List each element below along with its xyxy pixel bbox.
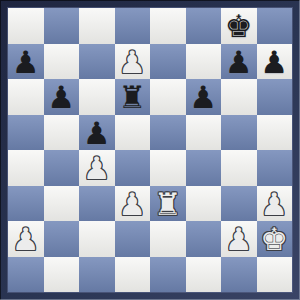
square-b6[interactable]: ♟ [44,79,80,115]
square-f7[interactable] [186,44,222,80]
square-e7[interactable] [150,44,186,80]
white-rook-piece[interactable]: ♜ [150,186,186,222]
square-f3[interactable] [186,186,222,222]
square-f4[interactable] [186,150,222,186]
square-e2[interactable] [150,221,186,257]
square-h6[interactable] [257,79,293,115]
square-h2[interactable]: ♚ [257,221,293,257]
square-g1[interactable] [221,257,257,293]
square-a3[interactable] [8,186,44,222]
black-pawn-piece[interactable]: ♟ [8,44,44,80]
square-g2[interactable]: ♟ [221,221,257,257]
square-b8[interactable] [44,8,80,44]
square-c6[interactable] [79,79,115,115]
square-g3[interactable] [221,186,257,222]
square-d6[interactable]: ♜ [115,79,151,115]
square-a1[interactable] [8,257,44,293]
square-f8[interactable] [186,8,222,44]
square-c3[interactable] [79,186,115,222]
square-c7[interactable] [79,44,115,80]
square-h5[interactable] [257,115,293,151]
square-d2[interactable] [115,221,151,257]
square-e5[interactable] [150,115,186,151]
square-e6[interactable] [150,79,186,115]
square-d4[interactable] [115,150,151,186]
square-f1[interactable] [186,257,222,293]
square-e4[interactable] [150,150,186,186]
white-pawn-piece[interactable]: ♟ [8,221,44,257]
black-pawn-piece[interactable]: ♟ [44,79,80,115]
square-e8[interactable] [150,8,186,44]
square-a5[interactable] [8,115,44,151]
black-pawn-piece[interactable]: ♟ [221,44,257,80]
square-a2[interactable]: ♟ [8,221,44,257]
black-pawn-piece[interactable]: ♟ [79,115,115,151]
square-h8[interactable] [257,8,293,44]
black-king-piece[interactable]: ♚ [221,8,257,44]
square-c8[interactable] [79,8,115,44]
square-a8[interactable] [8,8,44,44]
white-pawn-piece[interactable]: ♟ [221,221,257,257]
square-c5[interactable]: ♟ [79,115,115,151]
square-b1[interactable] [44,257,80,293]
white-king-piece[interactable]: ♚ [257,221,293,257]
white-pawn-piece[interactable]: ♟ [257,186,293,222]
square-d8[interactable] [115,8,151,44]
square-g4[interactable] [221,150,257,186]
square-a7[interactable]: ♟ [8,44,44,80]
square-b4[interactable] [44,150,80,186]
square-e3[interactable]: ♜ [150,186,186,222]
square-f2[interactable] [186,221,222,257]
square-g5[interactable] [221,115,257,151]
square-b5[interactable] [44,115,80,151]
square-c4[interactable]: ♟ [79,150,115,186]
square-c2[interactable] [79,221,115,257]
white-pawn-piece[interactable]: ♟ [79,150,115,186]
square-d5[interactable] [115,115,151,151]
square-a6[interactable] [8,79,44,115]
square-g7[interactable]: ♟ [221,44,257,80]
white-pawn-piece[interactable]: ♟ [115,44,151,80]
square-h3[interactable]: ♟ [257,186,293,222]
square-g8[interactable]: ♚ [221,8,257,44]
square-b7[interactable] [44,44,80,80]
black-pawn-piece[interactable]: ♟ [257,44,293,80]
square-b3[interactable] [44,186,80,222]
square-a4[interactable] [8,150,44,186]
square-d1[interactable] [115,257,151,293]
square-d7[interactable]: ♟ [115,44,151,80]
square-g6[interactable] [221,79,257,115]
square-h4[interactable] [257,150,293,186]
square-f5[interactable] [186,115,222,151]
chess-board: ♚♟♟♟♟♟♜♟♟♟♟♜♟♟♟♚ [8,8,292,292]
square-b2[interactable] [44,221,80,257]
square-f6[interactable]: ♟ [186,79,222,115]
square-h7[interactable]: ♟ [257,44,293,80]
black-rook-piece[interactable]: ♜ [115,79,151,115]
square-e1[interactable] [150,257,186,293]
board-frame: ♚♟♟♟♟♟♜♟♟♟♟♜♟♟♟♚ [0,0,300,300]
black-pawn-piece[interactable]: ♟ [186,79,222,115]
square-c1[interactable] [79,257,115,293]
square-d3[interactable]: ♟ [115,186,151,222]
square-h1[interactable] [257,257,293,293]
white-pawn-piece[interactable]: ♟ [115,186,151,222]
